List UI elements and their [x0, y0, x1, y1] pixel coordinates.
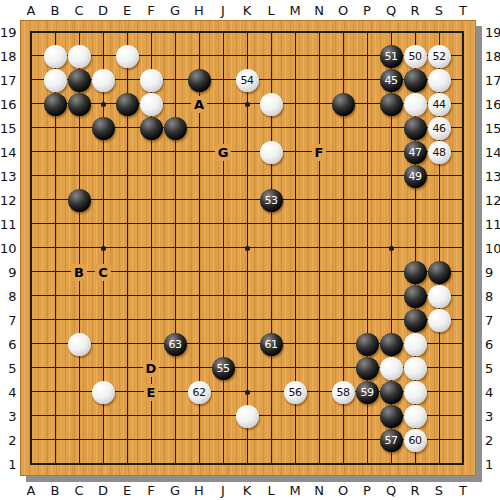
- coord-col-T: T: [451, 481, 475, 500]
- stone-black-R8[interactable]: [404, 285, 427, 308]
- stone-white-S18-move-52[interactable]: 52: [428, 45, 451, 68]
- coord-row-15: 15: [482, 116, 500, 140]
- stone-black-C17[interactable]: [68, 69, 91, 92]
- coord-col-T: T: [451, 0, 475, 20]
- stone-black-F15[interactable]: [140, 117, 163, 140]
- coord-row-2: 2: [482, 428, 500, 452]
- column-labels-bottom: ABCDEFGHJKLMNOPQRST: [19, 481, 475, 500]
- column-labels-top: ABCDEFGHJKLMNOPQRST: [19, 0, 475, 20]
- coord-row-1: 1: [0, 452, 20, 476]
- marker-E-F4: E: [144, 384, 159, 401]
- stone-white-R18-move-50[interactable]: 50: [404, 45, 427, 68]
- star-point-D10: [101, 246, 106, 251]
- stone-white-D17[interactable]: [92, 69, 115, 92]
- coord-col-D: D: [91, 0, 115, 20]
- stone-white-L16[interactable]: [260, 93, 283, 116]
- stone-white-R16[interactable]: [404, 93, 427, 116]
- coord-col-R: R: [403, 0, 427, 20]
- stone-white-K17-move-54[interactable]: 54: [236, 69, 259, 92]
- stone-black-G6-move-63[interactable]: 63: [164, 333, 187, 356]
- stone-black-L12-move-53[interactable]: 53: [260, 189, 283, 212]
- coord-row-3: 3: [482, 404, 500, 428]
- coord-col-Q: Q: [379, 481, 403, 500]
- star-point-Q10: [389, 246, 394, 251]
- stone-white-B18[interactable]: [44, 45, 67, 68]
- stone-black-Q2-move-57[interactable]: 57: [380, 429, 403, 452]
- stone-black-P4-move-59[interactable]: 59: [356, 381, 379, 404]
- coord-col-P: P: [355, 0, 379, 20]
- stone-white-R6[interactable]: [404, 333, 427, 356]
- coord-row-7: 7: [0, 308, 20, 332]
- coord-row-1: 1: [482, 452, 500, 476]
- coord-col-M: M: [283, 0, 307, 20]
- coord-row-9: 9: [482, 260, 500, 284]
- stone-white-O4-move-58[interactable]: 58: [332, 381, 355, 404]
- coord-row-15: 15: [0, 116, 20, 140]
- marker-D-F5: D: [143, 360, 160, 377]
- stone-black-R15[interactable]: [404, 117, 427, 140]
- stone-white-H4-move-62[interactable]: 62: [188, 381, 211, 404]
- coord-col-A: A: [19, 0, 43, 20]
- stone-black-S9[interactable]: [428, 261, 451, 284]
- stone-black-P5[interactable]: [356, 357, 379, 380]
- coord-col-N: N: [307, 481, 331, 500]
- stone-white-E18[interactable]: [116, 45, 139, 68]
- coord-row-10: 10: [0, 236, 20, 260]
- coord-row-4: 4: [0, 380, 20, 404]
- coord-row-7: 7: [482, 308, 500, 332]
- stone-black-R9[interactable]: [404, 261, 427, 284]
- go-board[interactable]: ABCDEFG515052544544464748495363615562565…: [20, 20, 476, 476]
- stone-white-L14[interactable]: [260, 141, 283, 164]
- row-labels-left: 19181716151413121110987654321: [0, 20, 19, 476]
- coord-row-14: 14: [0, 140, 20, 164]
- coord-col-O: O: [331, 0, 355, 20]
- coord-col-G: G: [163, 0, 187, 20]
- stone-black-Q17-move-45[interactable]: 45: [380, 69, 403, 92]
- coord-row-16: 16: [0, 92, 20, 116]
- stone-white-C6[interactable]: [68, 333, 91, 356]
- star-point-K4: [245, 390, 250, 395]
- marker-A-H16: A: [191, 96, 207, 113]
- coord-row-13: 13: [0, 164, 20, 188]
- coord-row-5: 5: [482, 356, 500, 380]
- coord-col-H: H: [187, 0, 211, 20]
- coord-row-18: 18: [482, 44, 500, 68]
- coord-row-17: 17: [482, 68, 500, 92]
- coord-col-B: B: [43, 0, 67, 20]
- stone-black-Q6[interactable]: [380, 333, 403, 356]
- stone-black-G15[interactable]: [164, 117, 187, 140]
- stone-black-R13-move-49[interactable]: 49: [404, 165, 427, 188]
- stone-black-Q18-move-51[interactable]: 51: [380, 45, 403, 68]
- coord-col-H: H: [187, 481, 211, 500]
- coord-row-19: 19: [0, 20, 20, 44]
- coord-row-19: 19: [482, 20, 500, 44]
- stone-white-S7[interactable]: [428, 309, 451, 332]
- coord-row-9: 9: [0, 260, 20, 284]
- coord-row-8: 8: [0, 284, 20, 308]
- coord-row-18: 18: [0, 44, 20, 68]
- stone-white-S8[interactable]: [428, 285, 451, 308]
- go-diagram: ABCDEFGHJKLMNOPQRST ABCDEFGHJKLMNOPQRST …: [0, 0, 500, 500]
- coord-row-3: 3: [0, 404, 20, 428]
- stone-white-S17[interactable]: [428, 69, 451, 92]
- stone-white-F17[interactable]: [140, 69, 163, 92]
- coord-row-11: 11: [482, 212, 500, 236]
- coord-row-17: 17: [0, 68, 20, 92]
- stone-black-L6-move-61[interactable]: 61: [260, 333, 283, 356]
- coord-col-D: D: [91, 481, 115, 500]
- coord-col-G: G: [163, 481, 187, 500]
- stone-black-Q16[interactable]: [380, 93, 403, 116]
- stone-black-Q4[interactable]: [380, 381, 403, 404]
- stone-white-R4[interactable]: [404, 381, 427, 404]
- stone-black-P6[interactable]: [356, 333, 379, 356]
- stone-white-C18[interactable]: [68, 45, 91, 68]
- coord-row-14: 14: [482, 140, 500, 164]
- stone-white-Q5[interactable]: [380, 357, 403, 380]
- stone-white-B17[interactable]: [44, 69, 67, 92]
- coord-col-N: N: [307, 0, 331, 20]
- coord-row-8: 8: [482, 284, 500, 308]
- star-point-K10: [245, 246, 250, 251]
- coord-col-K: K: [235, 0, 259, 20]
- stone-white-S16-move-44[interactable]: 44: [428, 93, 451, 116]
- stone-white-D4[interactable]: [92, 381, 115, 404]
- coord-col-O: O: [331, 481, 355, 500]
- coord-col-B: B: [43, 481, 67, 500]
- coord-col-L: L: [259, 481, 283, 500]
- star-point-K16: [245, 102, 250, 107]
- stone-black-Q3[interactable]: [380, 405, 403, 428]
- stone-black-R7[interactable]: [404, 309, 427, 332]
- coord-row-12: 12: [482, 188, 500, 212]
- stone-black-C12[interactable]: [68, 189, 91, 212]
- coord-row-10: 10: [482, 236, 500, 260]
- stone-white-S14-move-48[interactable]: 48: [428, 141, 451, 164]
- coord-row-5: 5: [0, 356, 20, 380]
- stone-white-R2-move-60[interactable]: 60: [404, 429, 427, 452]
- marker-F-N14: F: [312, 144, 327, 161]
- board-grid: ABCDEFG515052544544464748495363615562565…: [19, 20, 475, 476]
- coord-col-L: L: [259, 0, 283, 20]
- stone-black-H17[interactable]: [188, 69, 211, 92]
- stone-black-R17[interactable]: [404, 69, 427, 92]
- coord-row-2: 2: [0, 428, 20, 452]
- coord-col-K: K: [235, 481, 259, 500]
- coord-col-J: J: [211, 481, 235, 500]
- coord-col-S: S: [427, 0, 451, 20]
- marker-B-C9: B: [71, 264, 87, 281]
- marker-C-D9: C: [95, 264, 111, 281]
- stone-white-K3[interactable]: [236, 405, 259, 428]
- row-labels-right: 19181716151413121110987654321: [482, 20, 500, 476]
- stone-white-F16[interactable]: [140, 93, 163, 116]
- coord-col-E: E: [115, 0, 139, 20]
- coord-col-E: E: [115, 481, 139, 500]
- coord-col-P: P: [355, 481, 379, 500]
- coord-row-4: 4: [482, 380, 500, 404]
- stone-black-O16[interactable]: [332, 93, 355, 116]
- coord-row-13: 13: [482, 164, 500, 188]
- coord-col-Q: Q: [379, 0, 403, 20]
- coord-row-16: 16: [482, 92, 500, 116]
- stone-white-R5[interactable]: [404, 357, 427, 380]
- coord-col-J: J: [211, 0, 235, 20]
- coord-row-12: 12: [0, 188, 20, 212]
- stone-white-S15-move-46[interactable]: 46: [428, 117, 451, 140]
- star-point-D16: [101, 102, 106, 107]
- coord-col-C: C: [67, 0, 91, 20]
- stone-black-B16[interactable]: [44, 93, 67, 116]
- stone-white-R3[interactable]: [404, 405, 427, 428]
- coord-col-C: C: [67, 481, 91, 500]
- coord-col-F: F: [139, 0, 163, 20]
- marker-G-J14: G: [215, 144, 232, 161]
- stone-black-D15[interactable]: [92, 117, 115, 140]
- coord-col-R: R: [403, 481, 427, 500]
- stone-white-M4-move-56[interactable]: 56: [284, 381, 307, 404]
- coord-col-A: A: [19, 481, 43, 500]
- coord-col-M: M: [283, 481, 307, 500]
- stone-black-R14-move-47[interactable]: 47: [404, 141, 427, 164]
- stone-black-C16[interactable]: [68, 93, 91, 116]
- coord-row-11: 11: [0, 212, 20, 236]
- stone-black-E16[interactable]: [116, 93, 139, 116]
- coord-row-6: 6: [0, 332, 20, 356]
- coord-col-F: F: [139, 481, 163, 500]
- stone-black-J5-move-55[interactable]: 55: [212, 357, 235, 380]
- coord-row-6: 6: [482, 332, 500, 356]
- coord-col-S: S: [427, 481, 451, 500]
